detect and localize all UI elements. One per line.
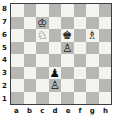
rank-label-7: 7 [0, 16, 9, 29]
rank-label-2: 2 [0, 80, 9, 93]
square-c4[interactable] [36, 54, 49, 67]
square-c1[interactable] [36, 92, 49, 105]
square-b6[interactable] [24, 29, 37, 42]
rank-label-6: 6 [0, 29, 9, 42]
square-a6[interactable] [11, 29, 24, 42]
file-label-h: h [99, 105, 112, 117]
square-a8[interactable] [11, 4, 24, 17]
square-f8[interactable] [74, 4, 87, 17]
square-f4[interactable] [74, 54, 87, 67]
square-f7[interactable] [74, 17, 87, 30]
rank-label-3: 3 [0, 67, 9, 80]
square-e8[interactable] [61, 4, 74, 17]
square-g2[interactable] [86, 79, 99, 92]
square-f3[interactable] [74, 67, 87, 80]
rank-label-5: 5 [0, 41, 9, 54]
square-e2[interactable] [61, 79, 74, 92]
square-h5[interactable] [99, 42, 112, 55]
file-label-f: f [74, 105, 85, 117]
square-c8[interactable] [36, 4, 49, 17]
square-b3[interactable] [24, 67, 37, 80]
piece-white-knight[interactable]: ♘ [37, 29, 47, 42]
square-d7[interactable] [49, 17, 62, 30]
square-h3[interactable] [99, 67, 112, 80]
square-b4[interactable] [24, 54, 37, 67]
square-h6[interactable] [99, 29, 112, 42]
file-label-g: g [86, 105, 99, 117]
square-b1[interactable] [24, 92, 37, 105]
chess-diagram: 87654321 ♔♘♚♗♙♟♙ abcdefgh [0, 0, 117, 118]
square-f5[interactable] [74, 42, 87, 55]
square-g1[interactable] [86, 92, 99, 105]
square-a4[interactable] [11, 54, 24, 67]
chess-board[interactable]: ♔♘♚♗♙♟♙ [10, 3, 112, 105]
rank-label-8: 8 [0, 3, 9, 16]
square-f6[interactable] [74, 29, 87, 42]
square-a3[interactable] [11, 67, 24, 80]
square-c5[interactable] [36, 42, 49, 55]
square-c2[interactable] [36, 79, 49, 92]
file-label-c: c [36, 105, 48, 117]
square-g4[interactable] [86, 54, 99, 67]
square-a5[interactable] [11, 42, 24, 55]
square-e6[interactable]: ♚ [61, 29, 74, 42]
file-label-a: a [10, 105, 23, 117]
piece-black-king[interactable]: ♚ [62, 29, 72, 42]
square-g6[interactable]: ♗ [86, 29, 99, 42]
file-label-b: b [23, 105, 36, 117]
square-e1[interactable] [61, 92, 74, 105]
square-e4[interactable] [61, 54, 74, 67]
piece-white-pawn[interactable]: ♙ [62, 42, 72, 55]
square-c3[interactable] [36, 67, 49, 80]
square-a7[interactable] [11, 17, 24, 30]
square-a1[interactable] [11, 92, 24, 105]
square-a2[interactable] [11, 79, 24, 92]
square-b2[interactable] [24, 79, 37, 92]
square-e5[interactable]: ♙ [61, 42, 74, 55]
square-h7[interactable] [99, 17, 112, 30]
square-f2[interactable] [74, 79, 87, 92]
rank-labels: 87654321 [0, 3, 9, 105]
square-h8[interactable] [99, 4, 112, 17]
square-b7[interactable] [24, 17, 37, 30]
square-h4[interactable] [99, 54, 112, 67]
square-c6[interactable]: ♘ [36, 29, 49, 42]
rank-label-1: 1 [0, 92, 9, 105]
square-g5[interactable] [86, 42, 99, 55]
square-d5[interactable] [49, 42, 62, 55]
square-d6[interactable] [49, 29, 62, 42]
file-labels: abcdefgh [10, 105, 112, 117]
square-f1[interactable] [74, 92, 87, 105]
rank-label-4: 4 [0, 54, 9, 67]
square-d2[interactable]: ♙ [49, 79, 62, 92]
square-g3[interactable] [86, 67, 99, 80]
square-h2[interactable] [99, 79, 112, 92]
square-g8[interactable] [86, 4, 99, 17]
square-b8[interactable] [24, 4, 37, 17]
piece-white-bishop[interactable]: ♗ [87, 29, 97, 42]
square-d8[interactable] [49, 4, 62, 17]
square-e3[interactable] [61, 67, 74, 80]
file-label-e: e [62, 105, 75, 117]
square-b5[interactable] [24, 42, 37, 55]
square-h1[interactable] [99, 92, 112, 105]
square-d1[interactable] [49, 92, 62, 105]
square-d4[interactable] [49, 54, 62, 67]
piece-white-pawn[interactable]: ♙ [50, 79, 60, 92]
file-label-d: d [48, 105, 61, 117]
